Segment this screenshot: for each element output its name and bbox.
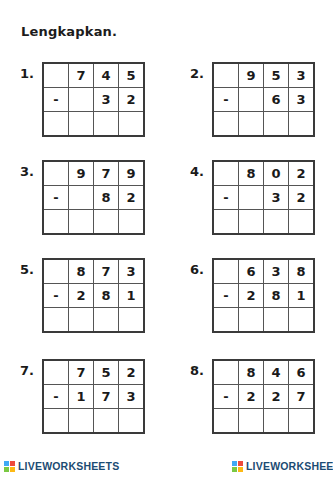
problem-number: 4. <box>188 160 204 179</box>
answer-cell[interactable] <box>264 210 289 235</box>
digit-cell: 2 <box>239 385 264 409</box>
digit-cell: 7 <box>94 259 119 284</box>
digit-cell: 8 <box>264 284 289 308</box>
digit-cell: 5 <box>94 360 119 385</box>
liveworksheets-brand-text: LIVEWORKSHEETS <box>18 460 119 472</box>
answer-cell[interactable] <box>239 112 264 137</box>
digit-cell: 9 <box>239 63 264 88</box>
digit-cell: 0 <box>264 161 289 186</box>
digit-cell: 2 <box>289 186 315 210</box>
problem-4: 4. 8 0 2 - 3 2 <box>188 160 315 235</box>
subtraction-grid: 8 0 2 - 3 2 <box>212 160 315 235</box>
answer-cell[interactable] <box>213 210 239 235</box>
answer-cell[interactable] <box>119 409 145 434</box>
digit-cell: 7 <box>94 161 119 186</box>
answer-cell[interactable] <box>94 112 119 137</box>
digit-cell: 2 <box>119 88 145 112</box>
empty-cell <box>43 63 69 88</box>
digit-cell: 8 <box>69 259 94 284</box>
digit-cell: 5 <box>264 63 289 88</box>
digit-cell: 7 <box>69 63 94 88</box>
answer-cell[interactable] <box>239 308 264 333</box>
answer-cell[interactable] <box>119 308 145 333</box>
digit-cell: 9 <box>69 161 94 186</box>
minus-sign: - <box>213 284 239 308</box>
digit-cell: 6 <box>239 259 264 284</box>
minus-sign: - <box>43 88 69 112</box>
digit-cell: 2 <box>264 385 289 409</box>
answer-cell[interactable] <box>239 409 264 434</box>
subtraction-grid: 8 4 6 - 2 2 7 <box>212 359 315 434</box>
digit-cell: 3 <box>264 259 289 284</box>
empty-cell <box>43 360 69 385</box>
empty-cell <box>213 360 239 385</box>
answer-cell[interactable] <box>239 210 264 235</box>
answer-cell[interactable] <box>119 210 145 235</box>
digit-cell: 6 <box>264 88 289 112</box>
answer-cell[interactable] <box>43 210 69 235</box>
answer-cell[interactable] <box>264 308 289 333</box>
problem-6: 6. 6 3 8 - 2 8 1 <box>188 258 315 333</box>
answer-cell[interactable] <box>213 308 239 333</box>
digit-cell: 2 <box>69 284 94 308</box>
digit-cell: 8 <box>94 284 119 308</box>
empty-cell <box>43 161 69 186</box>
liveworksheets-mosaic-icon <box>232 461 243 472</box>
answer-cell[interactable] <box>213 112 239 137</box>
digit-cell: 4 <box>264 360 289 385</box>
digit-cell: 2 <box>119 360 145 385</box>
digit-cell: 6 <box>289 360 315 385</box>
liveworksheets-brand-text: LIVEWORKSHEETS <box>246 460 333 472</box>
answer-cell[interactable] <box>69 210 94 235</box>
empty-cell <box>43 259 69 284</box>
subtraction-grid: 9 5 3 - 6 3 <box>212 62 315 137</box>
page-title: Lengkapkan. <box>21 24 117 39</box>
empty-cell <box>239 88 264 112</box>
digit-cell: 3 <box>94 88 119 112</box>
problem-3: 3. 9 7 9 - 8 2 <box>18 160 145 235</box>
minus-sign: - <box>43 284 69 308</box>
digit-cell: 4 <box>94 63 119 88</box>
minus-sign: - <box>43 385 69 409</box>
digit-cell: 2 <box>239 284 264 308</box>
empty-cell <box>69 88 94 112</box>
digit-cell: 3 <box>119 259 145 284</box>
liveworksheets-logo: LIVEWORKSHEETS <box>232 460 333 472</box>
problem-number: 5. <box>18 258 34 277</box>
digit-cell: 5 <box>119 63 145 88</box>
answer-cell[interactable] <box>289 308 315 333</box>
digit-cell: 8 <box>289 259 315 284</box>
answer-cell[interactable] <box>94 308 119 333</box>
subtraction-grid: 9 7 9 - 8 2 <box>42 160 145 235</box>
digit-cell: 3 <box>289 88 315 112</box>
empty-cell <box>213 161 239 186</box>
minus-sign: - <box>213 186 239 210</box>
subtraction-grid: 6 3 8 - 2 8 1 <box>212 258 315 333</box>
problem-2: 2. 9 5 3 - 6 3 <box>188 62 315 137</box>
problem-number: 7. <box>18 359 34 378</box>
problem-5: 5. 8 7 3 - 2 8 1 <box>18 258 145 333</box>
empty-cell <box>69 186 94 210</box>
digit-cell: 3 <box>264 186 289 210</box>
answer-cell[interactable] <box>289 210 315 235</box>
answer-cell[interactable] <box>43 308 69 333</box>
problem-number: 3. <box>18 160 34 179</box>
empty-cell <box>213 259 239 284</box>
answer-cell[interactable] <box>69 308 94 333</box>
answer-cell[interactable] <box>43 112 69 137</box>
answer-cell[interactable] <box>289 409 315 434</box>
digit-cell: 8 <box>94 186 119 210</box>
answer-cell[interactable] <box>264 112 289 137</box>
digit-cell: 2 <box>119 186 145 210</box>
digit-cell: 3 <box>289 63 315 88</box>
worksheet-page: Lengkapkan. 1. 7 4 5 - 3 2 <box>0 0 333 480</box>
answer-cell[interactable] <box>119 112 145 137</box>
answer-cell[interactable] <box>69 112 94 137</box>
minus-sign: - <box>213 385 239 409</box>
digit-cell: 7 <box>94 385 119 409</box>
answer-cell[interactable] <box>94 409 119 434</box>
digit-cell: 1 <box>69 385 94 409</box>
subtraction-grid: 8 7 3 - 2 8 1 <box>42 258 145 333</box>
problem-7: 7. 7 5 2 - 1 7 3 <box>18 359 145 434</box>
problem-1: 1. 7 4 5 - 3 2 <box>18 62 145 137</box>
answer-cell[interactable] <box>94 210 119 235</box>
problem-number: 8. <box>188 359 204 378</box>
digit-cell: 7 <box>289 385 315 409</box>
digit-cell: 8 <box>239 161 264 186</box>
answer-cell[interactable] <box>289 112 315 137</box>
answer-cell[interactable] <box>213 409 239 434</box>
answer-cell[interactable] <box>43 409 69 434</box>
problem-number: 1. <box>18 62 34 81</box>
minus-sign: - <box>213 88 239 112</box>
problem-8: 8. 8 4 6 - 2 2 7 <box>188 359 315 434</box>
liveworksheets-logo: LIVEWORKSHEETS <box>4 460 119 472</box>
subtraction-grid: 7 4 5 - 3 2 <box>42 62 145 137</box>
problem-number: 6. <box>188 258 204 277</box>
digit-cell: 7 <box>69 360 94 385</box>
digit-cell: 1 <box>119 284 145 308</box>
digit-cell: 2 <box>289 161 315 186</box>
digit-cell: 3 <box>119 385 145 409</box>
answer-cell[interactable] <box>264 409 289 434</box>
problem-number: 2. <box>188 62 204 81</box>
answer-cell[interactable] <box>69 409 94 434</box>
minus-sign: - <box>43 186 69 210</box>
digit-cell: 9 <box>119 161 145 186</box>
digit-cell: 8 <box>239 360 264 385</box>
subtraction-grid: 7 5 2 - 1 7 3 <box>42 359 145 434</box>
liveworksheets-mosaic-icon <box>4 461 15 472</box>
empty-cell <box>213 63 239 88</box>
digit-cell: 1 <box>289 284 315 308</box>
empty-cell <box>239 186 264 210</box>
